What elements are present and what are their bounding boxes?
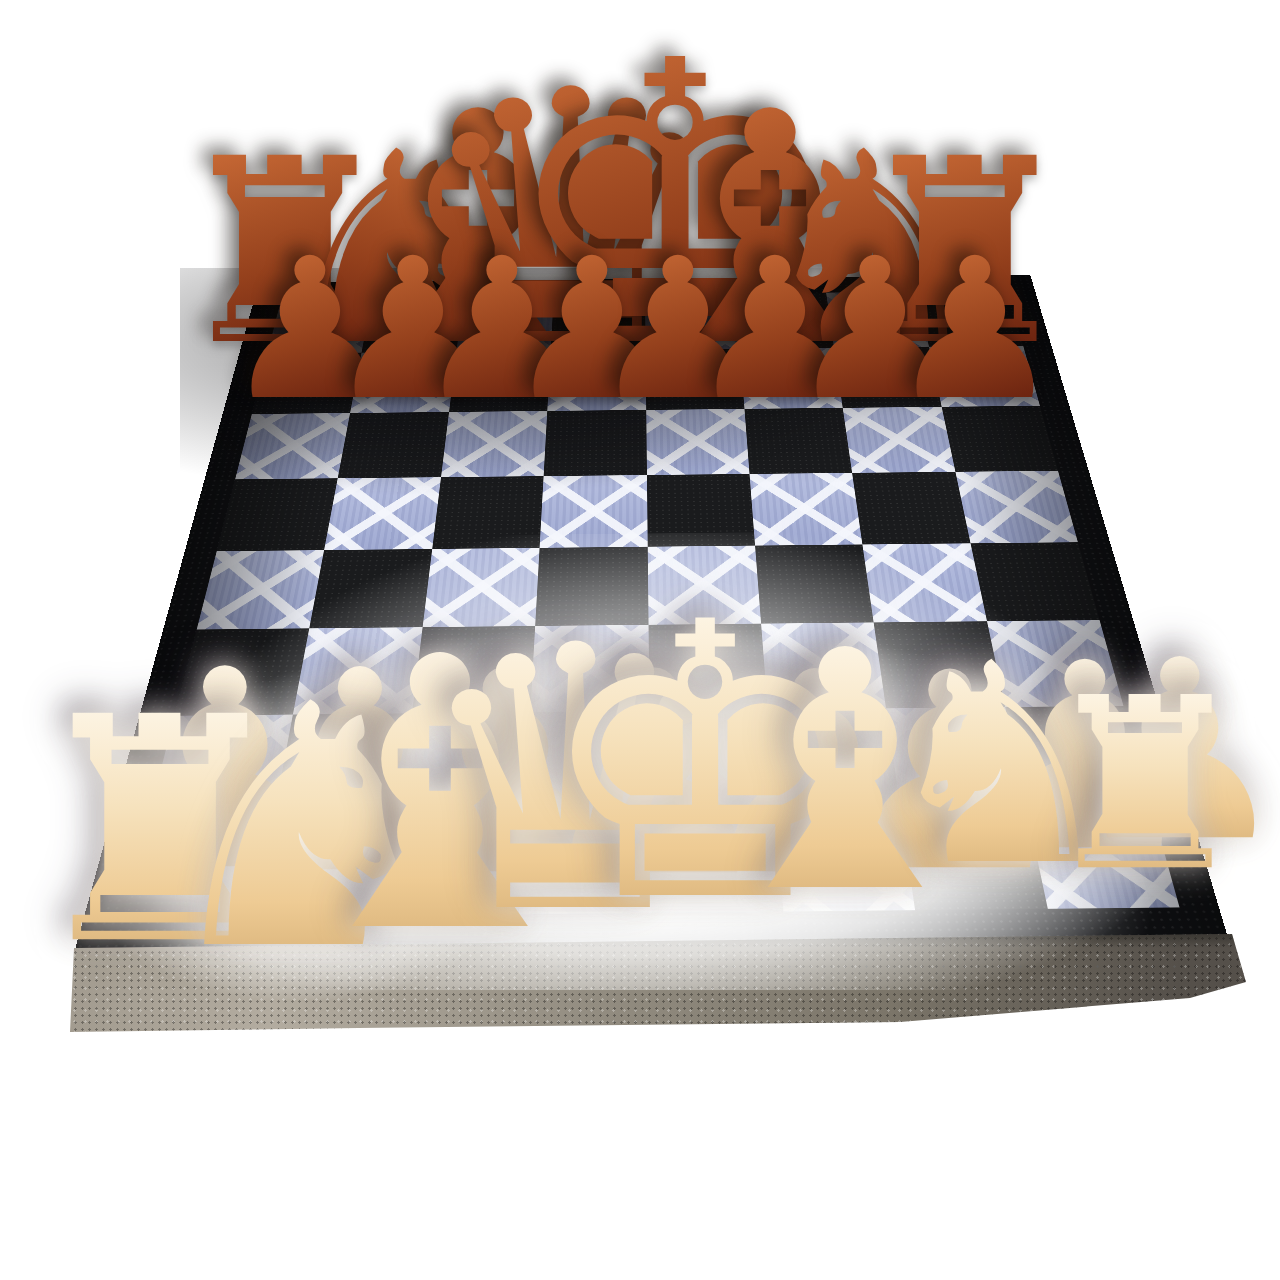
pieces-layer: ♜♞♝♛♚♝♞♜♟♟♟♟♟♟♟♟♟♟♟♟♟♟♟♟♜♞♝♛♚♝♞♜: [0, 0, 1280, 1280]
chess-set-photo: ♜♞♝♛♚♝♞♜♟♟♟♟♟♟♟♟♟♟♟♟♟♟♟♟♜♞♝♛♚♝♞♜: [0, 0, 1280, 1280]
piece-white-rook[interactable]: ♜: [1039, 667, 1251, 904]
piece-black-pawn[interactable]: ♟: [888, 232, 1063, 427]
